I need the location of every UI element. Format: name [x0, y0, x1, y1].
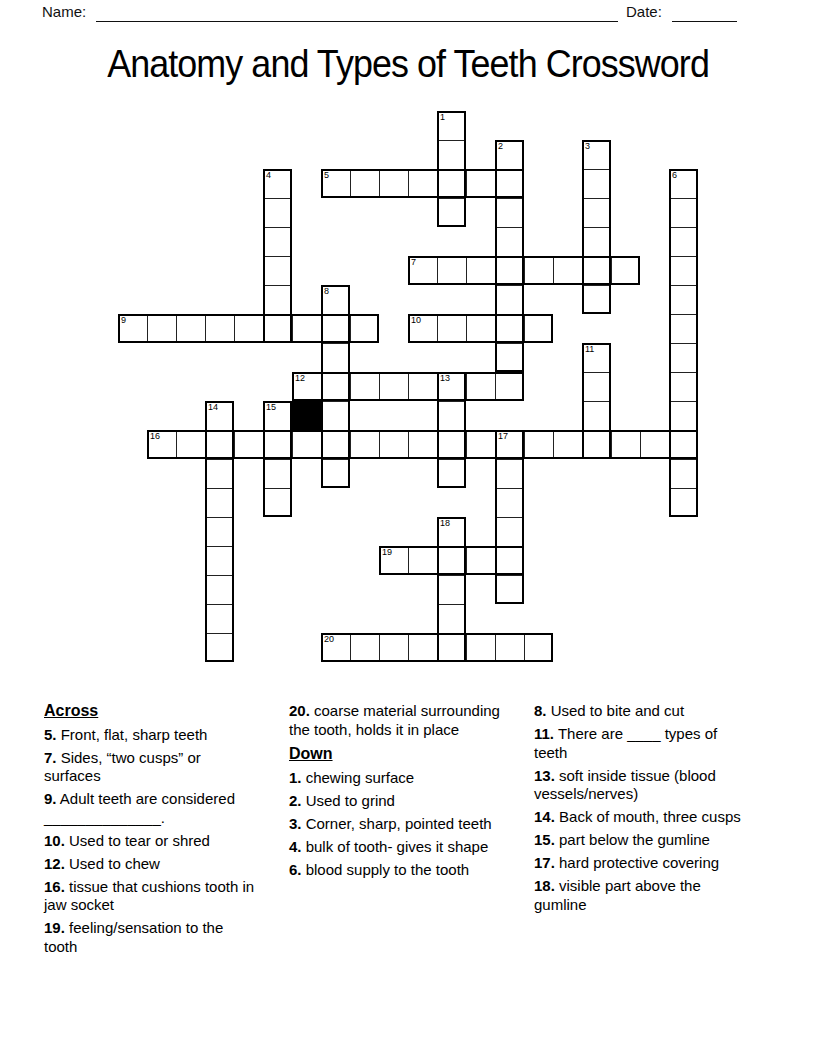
grid-cell[interactable]	[437, 256, 466, 285]
grid-cell[interactable]	[437, 198, 466, 227]
clue-across-19: 19. feeling/sensation to the tooth	[44, 919, 260, 956]
grid-cell[interactable]	[495, 343, 524, 372]
down-header: Down	[289, 745, 523, 764]
grid-cell[interactable]: 3	[582, 140, 611, 169]
grid-cell[interactable]	[640, 430, 669, 459]
grid-cell[interactable]	[437, 546, 466, 575]
grid-cell[interactable]	[495, 314, 524, 343]
grid-cell[interactable]	[408, 372, 437, 401]
grid-cell[interactable]	[669, 430, 698, 459]
clues-column-2: 20. coarse material surrounding the toot…	[289, 702, 523, 884]
grid-cell[interactable]: 14	[205, 401, 234, 430]
clue-across-12: 12. Used to chew	[44, 855, 260, 874]
clue-across-7: 7. Sides, “two cusps” or surfaces	[44, 749, 260, 786]
clue-down-1: 1. chewing surface	[289, 769, 523, 788]
grid-cell[interactable]	[263, 488, 292, 517]
grid-cell[interactable]: 20	[321, 633, 350, 662]
grid-cell[interactable]	[495, 372, 524, 401]
cell-number: 1	[440, 112, 445, 122]
cell-number: 7	[411, 257, 416, 267]
grid-cell[interactable]: 8	[321, 285, 350, 314]
grid-cell[interactable]	[495, 517, 524, 546]
page-title: Anatomy and Types of Teeth Crossword	[107, 42, 709, 86]
grid-cell[interactable]	[205, 633, 234, 662]
grid-cell[interactable]	[350, 314, 379, 343]
clue-across-20: 20. coarse material surrounding the toot…	[289, 702, 523, 739]
grid-cell[interactable]	[292, 430, 321, 459]
cell-number: 10	[411, 315, 421, 325]
grid-cell[interactable]	[263, 430, 292, 459]
grid-cell[interactable]	[205, 459, 234, 488]
grid-cell[interactable]	[176, 430, 205, 459]
cell-number: 18	[440, 518, 450, 528]
grid-cell[interactable]	[263, 314, 292, 343]
grid-cell[interactable]	[321, 343, 350, 372]
grid-cell[interactable]	[263, 285, 292, 314]
grid-cell[interactable]: 16	[147, 430, 176, 459]
cell-number: 15	[266, 402, 276, 412]
grid-cell[interactable]: 13	[437, 372, 466, 401]
grid-cell[interactable]	[379, 372, 408, 401]
grid-cell[interactable]	[379, 430, 408, 459]
worksheet-page: Name: Date: Anatomy and Types of Teeth C…	[0, 0, 816, 1056]
cell-number: 17	[498, 431, 508, 441]
crossword-board: 1234567891011121314151617181920	[118, 111, 698, 662]
grid-cell[interactable]: 2	[495, 140, 524, 169]
grid-cell[interactable]	[466, 314, 495, 343]
grid-cell[interactable]	[669, 372, 698, 401]
grid-cell[interactable]	[669, 314, 698, 343]
grid-cell[interactable]	[669, 488, 698, 517]
grid-cell[interactable]	[466, 546, 495, 575]
clue-down-13: 13. soft inside tissue (blood vessels/ne…	[534, 767, 746, 804]
grid-cell[interactable]	[205, 314, 234, 343]
cell-number: 6	[672, 170, 677, 180]
clue-across-5: 5. Front, flat, sharp teeth	[44, 726, 260, 745]
grid-cell[interactable]	[466, 256, 495, 285]
grid-cell[interactable]	[263, 256, 292, 285]
grid-cell[interactable]	[669, 256, 698, 285]
grid-cell[interactable]	[205, 430, 234, 459]
grid-cell[interactable]	[437, 575, 466, 604]
clues-column-3: 8. Used to bite and cut 11. There are __…	[534, 702, 746, 919]
grid-cell[interactable]: 19	[379, 546, 408, 575]
cell-number: 19	[382, 547, 392, 557]
grid-cell[interactable]: 15	[263, 401, 292, 430]
grid-cell[interactable]	[350, 430, 379, 459]
grid-cell[interactable]	[582, 227, 611, 256]
grid-cell[interactable]	[669, 227, 698, 256]
grid-cell[interactable]	[495, 198, 524, 227]
cell-number: 12	[295, 373, 305, 383]
grid-cell[interactable]	[408, 169, 437, 198]
grid-cell[interactable]: 18	[437, 517, 466, 546]
clue-down-6: 6. blood supply to the tooth	[289, 861, 523, 880]
grid-cell[interactable]: 5	[321, 169, 350, 198]
grid-cell[interactable]	[205, 575, 234, 604]
grid-cell[interactable]	[495, 169, 524, 198]
grid-cell[interactable]	[437, 633, 466, 662]
clue-down-3: 3. Corner, sharp, pointed teeth	[289, 815, 523, 834]
grid-cell[interactable]: 12	[292, 372, 321, 401]
grid-cell[interactable]	[350, 633, 379, 662]
grid-cell[interactable]	[379, 169, 408, 198]
cell-number: 14	[208, 402, 218, 412]
date-blank-line	[672, 20, 737, 22]
grid-cell[interactable]	[466, 430, 495, 459]
clue-down-2: 2. Used to grind	[289, 792, 523, 811]
clue-down-8: 8. Used to bite and cut	[534, 702, 746, 721]
grid-cell[interactable]	[263, 459, 292, 488]
grid-cell[interactable]: 17	[495, 430, 524, 459]
grid-cell[interactable]	[147, 314, 176, 343]
grid-cell[interactable]: 4	[263, 169, 292, 198]
clue-across-10: 10. Used to tear or shred	[44, 832, 260, 851]
grid-cell[interactable]	[495, 633, 524, 662]
grid-cell[interactable]	[234, 430, 263, 459]
grid-cell[interactable]	[495, 488, 524, 517]
grid-cell[interactable]	[321, 459, 350, 488]
cell-number: 4	[266, 170, 271, 180]
grid-cell[interactable]	[495, 575, 524, 604]
grid-cell[interactable]	[408, 430, 437, 459]
cell-number: 9	[121, 315, 126, 325]
grid-cell[interactable]	[437, 314, 466, 343]
grid-cell[interactable]	[669, 459, 698, 488]
grid-cell[interactable]	[466, 169, 495, 198]
grid-cell[interactable]	[524, 633, 553, 662]
across-header: Across	[44, 702, 260, 721]
grid-cell[interactable]	[495, 285, 524, 314]
cell-number: 11	[585, 344, 594, 354]
cell-number: 16	[150, 431, 160, 441]
grid-cell[interactable]	[669, 401, 698, 430]
cell-number: 3	[585, 141, 590, 151]
grid-cell[interactable]	[611, 430, 640, 459]
grid-cell[interactable]	[524, 256, 553, 285]
grid-cell[interactable]	[379, 633, 408, 662]
grid-cell[interactable]	[437, 459, 466, 488]
grid-cell[interactable]	[321, 372, 350, 401]
grid-cell[interactable]	[611, 256, 640, 285]
name-label: Name:	[42, 3, 86, 20]
grid-cell[interactable]	[234, 314, 263, 343]
grid-cell[interactable]	[205, 517, 234, 546]
grid-cell[interactable]	[466, 372, 495, 401]
grid-cell[interactable]: 6	[669, 169, 698, 198]
grid-cell[interactable]	[408, 546, 437, 575]
grid-cell[interactable]	[205, 488, 234, 517]
grid-cell[interactable]	[495, 256, 524, 285]
cell-number: 13	[440, 373, 450, 383]
clue-down-18: 18. visible part above the gumline	[534, 877, 746, 914]
grid-cell[interactable]	[263, 198, 292, 227]
grid-cell[interactable]	[669, 343, 698, 372]
grid-cell[interactable]	[437, 140, 466, 169]
grid-cell[interactable]	[466, 633, 495, 662]
clue-across-16: 16. tissue that cushions tooth in jaw so…	[44, 878, 260, 915]
grid-cell[interactable]	[553, 256, 582, 285]
grid-cell[interactable]	[524, 430, 553, 459]
grid-cell[interactable]	[524, 314, 553, 343]
black-cell	[292, 401, 321, 430]
grid-cell[interactable]: 7	[408, 256, 437, 285]
grid-cell[interactable]: 1	[437, 111, 466, 140]
clue-down-17: 17. hard protective covering	[534, 854, 746, 873]
grid-cell[interactable]	[582, 372, 611, 401]
grid-cell[interactable]	[321, 430, 350, 459]
grid-cell[interactable]	[350, 372, 379, 401]
grid-cell[interactable]	[495, 227, 524, 256]
clue-down-11: 11. There are ____ types of teeth	[534, 725, 746, 762]
grid-cell[interactable]	[582, 401, 611, 430]
grid-cell[interactable]	[669, 198, 698, 227]
grid-cell[interactable]	[582, 430, 611, 459]
cell-number: 2	[498, 141, 503, 151]
grid-cell[interactable]	[292, 314, 321, 343]
grid-cell[interactable]	[582, 285, 611, 314]
grid-cell[interactable]	[495, 459, 524, 488]
grid-cell[interactable]: 11	[582, 343, 611, 372]
grid-cell[interactable]	[263, 227, 292, 256]
grid-cell[interactable]	[437, 430, 466, 459]
grid-cell[interactable]	[205, 604, 234, 633]
title-wrap: Anatomy and Types of Teeth Crossword	[0, 42, 816, 86]
grid-cell[interactable]: 9	[118, 314, 147, 343]
grid-cell[interactable]	[408, 633, 437, 662]
grid-cell[interactable]	[582, 169, 611, 198]
grid-cell[interactable]	[321, 401, 350, 430]
grid-cell[interactable]: 10	[408, 314, 437, 343]
clue-down-15: 15. part below the gumline	[534, 831, 746, 850]
grid-cell[interactable]	[582, 256, 611, 285]
clues-column-1: Across 5. Front, flat, sharp teeth 7. Si…	[44, 702, 260, 961]
grid-cell[interactable]	[669, 285, 698, 314]
grid-cell[interactable]	[582, 198, 611, 227]
grid-cell[interactable]	[350, 169, 379, 198]
grid-cell[interactable]	[437, 604, 466, 633]
grid-cell[interactable]	[437, 169, 466, 198]
cell-number: 8	[324, 286, 329, 296]
clue-down-4: 4. bulk of tooth- gives it shape	[289, 838, 523, 857]
cell-number: 20	[324, 634, 334, 644]
grid-cell[interactable]	[205, 546, 234, 575]
cell-number: 5	[324, 170, 329, 180]
grid-cell[interactable]	[176, 314, 205, 343]
grid-cell[interactable]	[553, 430, 582, 459]
clue-down-14: 14. Back of mouth, three cusps	[534, 808, 746, 827]
grid-cell[interactable]	[321, 314, 350, 343]
date-label: Date:	[626, 3, 662, 20]
clue-across-9: 9. Adult teeth are considered __________…	[44, 790, 260, 827]
name-blank-line	[96, 20, 618, 22]
grid-cell[interactable]	[495, 546, 524, 575]
grid-cell[interactable]	[437, 401, 466, 430]
